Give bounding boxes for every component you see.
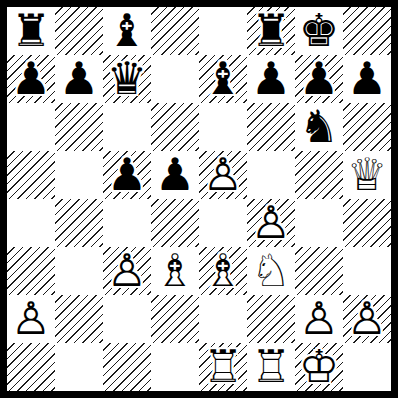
white-rook[interactable]: ♖	[247, 343, 295, 391]
square-c4[interactable]	[103, 199, 151, 247]
black-pawn[interactable]: ♟	[55, 55, 103, 103]
chess-diagram: ♜♜♝♝♜♜♚♚♟♟♟♟♛♛♝♝♟♟♟♟♟♟♞♞♟♟♟♟♟♙♛♕♟♙♟♙♝♗♝♗…	[0, 0, 398, 398]
square-a4[interactable]	[7, 199, 55, 247]
square-h6[interactable]	[343, 103, 391, 151]
square-a6[interactable]	[7, 103, 55, 151]
square-d6[interactable]	[151, 103, 199, 151]
black-knight[interactable]: ♞	[295, 103, 343, 151]
square-b1[interactable]	[55, 343, 103, 391]
black-rook[interactable]: ♜	[247, 7, 295, 55]
square-d5[interactable]: ♟♟	[151, 151, 199, 199]
square-c2[interactable]	[103, 295, 151, 343]
square-e6[interactable]	[199, 103, 247, 151]
square-b2[interactable]	[55, 295, 103, 343]
square-f5[interactable]	[247, 151, 295, 199]
black-queen[interactable]: ♛	[103, 55, 151, 103]
square-b8[interactable]	[55, 7, 103, 55]
square-b7[interactable]: ♟♟	[55, 55, 103, 103]
square-h2[interactable]: ♟♙	[343, 295, 391, 343]
square-h7[interactable]: ♟♟	[343, 55, 391, 103]
square-b5[interactable]	[55, 151, 103, 199]
white-knight[interactable]: ♘	[247, 247, 295, 295]
square-f7[interactable]: ♟♟	[247, 55, 295, 103]
square-h5[interactable]: ♛♕	[343, 151, 391, 199]
square-g1[interactable]: ♚♔	[295, 343, 343, 391]
square-h4[interactable]	[343, 199, 391, 247]
square-d8[interactable]	[151, 7, 199, 55]
square-a5[interactable]	[7, 151, 55, 199]
square-g8[interactable]: ♚♚	[295, 7, 343, 55]
square-c8[interactable]: ♝♝	[103, 7, 151, 55]
square-f2[interactable]	[247, 295, 295, 343]
square-g3[interactable]	[295, 247, 343, 295]
square-g7[interactable]: ♟♟	[295, 55, 343, 103]
square-b4[interactable]	[55, 199, 103, 247]
square-e7[interactable]: ♝♝	[199, 55, 247, 103]
square-e4[interactable]	[199, 199, 247, 247]
square-d3[interactable]: ♝♗	[151, 247, 199, 295]
black-bishop[interactable]: ♝	[199, 55, 247, 103]
square-c3[interactable]: ♟♙	[103, 247, 151, 295]
square-b3[interactable]	[55, 247, 103, 295]
square-d7[interactable]	[151, 55, 199, 103]
black-pawn[interactable]: ♟	[295, 55, 343, 103]
white-pawn[interactable]: ♙	[295, 295, 343, 343]
square-f6[interactable]	[247, 103, 295, 151]
white-pawn[interactable]: ♙	[343, 295, 391, 343]
black-pawn[interactable]: ♟	[151, 151, 199, 199]
square-d1[interactable]	[151, 343, 199, 391]
square-f3[interactable]: ♞♘	[247, 247, 295, 295]
square-d2[interactable]	[151, 295, 199, 343]
square-c5[interactable]: ♟♟	[103, 151, 151, 199]
square-h3[interactable]	[343, 247, 391, 295]
chess-board: ♜♜♝♝♜♜♚♚♟♟♟♟♛♛♝♝♟♟♟♟♟♟♞♞♟♟♟♟♟♙♛♕♟♙♟♙♝♗♝♗…	[0, 0, 398, 398]
white-bishop[interactable]: ♗	[199, 247, 247, 295]
black-pawn[interactable]: ♟	[247, 55, 295, 103]
square-f1[interactable]: ♜♖	[247, 343, 295, 391]
square-d4[interactable]	[151, 199, 199, 247]
square-h8[interactable]	[343, 7, 391, 55]
square-g6[interactable]: ♞♞	[295, 103, 343, 151]
square-a8[interactable]: ♜♜	[7, 7, 55, 55]
square-f4[interactable]: ♟♙	[247, 199, 295, 247]
square-g4[interactable]	[295, 199, 343, 247]
square-e2[interactable]	[199, 295, 247, 343]
square-b6[interactable]	[55, 103, 103, 151]
white-pawn[interactable]: ♙	[7, 295, 55, 343]
white-queen[interactable]: ♕	[343, 151, 391, 199]
square-e8[interactable]	[199, 7, 247, 55]
square-g2[interactable]: ♟♙	[295, 295, 343, 343]
square-e5[interactable]: ♟♙	[199, 151, 247, 199]
white-king[interactable]: ♔	[295, 343, 343, 391]
square-c7[interactable]: ♛♛	[103, 55, 151, 103]
square-a1[interactable]	[7, 343, 55, 391]
white-rook[interactable]: ♖	[199, 343, 247, 391]
black-king[interactable]: ♚	[295, 7, 343, 55]
white-pawn[interactable]: ♙	[103, 247, 151, 295]
square-f8[interactable]: ♜♜	[247, 7, 295, 55]
square-e1[interactable]: ♜♖	[199, 343, 247, 391]
black-bishop[interactable]: ♝	[103, 7, 151, 55]
square-a7[interactable]: ♟♟	[7, 55, 55, 103]
square-h1[interactable]	[343, 343, 391, 391]
black-pawn[interactable]: ♟	[343, 55, 391, 103]
black-pawn[interactable]: ♟	[7, 55, 55, 103]
white-pawn[interactable]: ♙	[247, 199, 295, 247]
square-a3[interactable]	[7, 247, 55, 295]
white-pawn[interactable]: ♙	[199, 151, 247, 199]
square-c1[interactable]	[103, 343, 151, 391]
black-rook[interactable]: ♜	[7, 7, 55, 55]
square-a2[interactable]: ♟♙	[7, 295, 55, 343]
square-c6[interactable]	[103, 103, 151, 151]
white-bishop[interactable]: ♗	[151, 247, 199, 295]
square-e3[interactable]: ♝♗	[199, 247, 247, 295]
black-pawn[interactable]: ♟	[103, 151, 151, 199]
square-g5[interactable]	[295, 151, 343, 199]
